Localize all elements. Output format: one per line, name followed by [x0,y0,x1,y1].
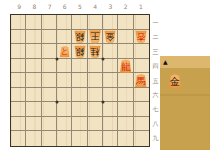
board-square[interactable] [11,15,26,30]
piece-glyph: 銀 [76,32,85,41]
board-square[interactable] [72,15,87,30]
board-square[interactable] [103,59,118,74]
file-label: 4 [89,3,101,11]
board-square[interactable] [26,88,41,103]
board-square[interactable] [11,102,26,117]
board-square[interactable] [26,44,41,59]
board-square[interactable] [134,59,149,74]
board-square[interactable] [118,131,133,146]
rank-label: 九 [151,134,160,142]
board-square[interactable] [118,15,133,30]
board-square[interactable] [42,73,57,88]
board-square[interactable] [118,102,133,117]
board-square[interactable] [26,59,41,74]
board-square[interactable] [118,73,133,88]
board-square[interactable] [72,88,87,103]
piece-glyph: と [61,48,69,56]
file-label: 9 [13,3,25,11]
board-square[interactable] [42,88,57,103]
board-square[interactable] [57,15,72,30]
hoshi-dot [101,57,104,60]
board-square[interactable] [88,88,103,103]
board-square[interactable] [26,131,41,146]
piece-glyph: 杏 [136,32,145,41]
board-square[interactable] [42,59,57,74]
board-square[interactable] [11,117,26,132]
rank-label: 六 [151,91,160,99]
board-square[interactable] [11,30,26,45]
board-square[interactable] [57,30,72,45]
hoshi-dot [56,57,59,60]
board-square[interactable] [57,88,72,103]
board-square[interactable] [134,117,149,132]
board-square[interactable] [103,44,118,59]
hoshi-dot [101,101,104,104]
board-square[interactable] [88,15,103,30]
file-label: 8 [28,3,40,11]
board-square[interactable] [42,44,57,59]
board-square[interactable] [11,73,26,88]
board-square[interactable] [26,30,41,45]
rank-label: 五 [151,77,160,85]
board-square[interactable] [134,44,149,59]
rank-label: 四 [151,62,160,70]
board-square[interactable] [42,30,57,45]
board-square[interactable] [26,15,41,30]
board-square[interactable] [11,59,26,74]
board-square[interactable] [42,102,57,117]
board-square[interactable] [57,117,72,132]
board-square[interactable] [103,15,118,30]
file-label: 7 [44,3,56,11]
board-square[interactable] [103,102,118,117]
board-square[interactable] [57,102,72,117]
rank-label: 八 [151,120,160,128]
file-label: 3 [104,3,116,11]
board-square[interactable] [72,73,87,88]
piece-glyph: 馬 [136,77,146,87]
board-square[interactable] [57,73,72,88]
board-square[interactable] [72,59,87,74]
board-square[interactable] [103,88,118,103]
hand-piece-gold[interactable]: 金 [169,74,182,88]
board-square[interactable] [134,88,149,103]
board-square[interactable] [57,131,72,146]
file-label: 2 [120,3,132,11]
rank-label: 二 [151,33,160,41]
board-square[interactable] [26,102,41,117]
sente-hand-tray: ▲ 金 [160,56,210,150]
board-square[interactable] [134,131,149,146]
board-square[interactable] [103,117,118,132]
piece-glyph: 金 [106,32,115,41]
file-label: 6 [59,3,71,11]
board-square[interactable] [11,88,26,103]
board-square[interactable] [118,88,133,103]
rank-label: 三 [151,48,160,56]
board-square[interactable] [72,117,87,132]
board-square[interactable] [11,131,26,146]
board-square[interactable] [26,117,41,132]
board-square[interactable] [42,131,57,146]
board-square[interactable] [26,73,41,88]
piece-glyph: 銀 [76,46,85,55]
board-square[interactable] [103,73,118,88]
file-label: 5 [74,3,86,11]
piece-glyph: 王 [90,32,100,42]
rank-label: 七 [151,105,160,113]
board-square[interactable] [42,117,57,132]
board-square[interactable] [88,59,103,74]
sente-turn-marker: ▲ [163,58,168,66]
rank-label: 一 [151,19,160,27]
board-square[interactable] [57,59,72,74]
board-square[interactable] [118,30,133,45]
board-square[interactable] [134,15,149,30]
board-square[interactable] [118,117,133,132]
board-square[interactable] [118,44,133,59]
board-square[interactable] [134,102,149,117]
board-square[interactable] [88,117,103,132]
board-square[interactable] [103,131,118,146]
hand-piece-glyph: 金 [170,77,180,87]
piece-glyph: 桂 [91,46,100,55]
board-square[interactable] [42,15,57,30]
board-square[interactable] [88,102,103,117]
board-square[interactable] [72,131,87,146]
board-square[interactable] [88,73,103,88]
board-square[interactable] [88,131,103,146]
hoshi-dot [56,101,59,104]
board-square[interactable] [11,44,26,59]
piece-glyph: 龍 [121,62,131,72]
board-square[interactable] [72,102,87,117]
file-label: 1 [135,3,147,11]
shogi-diagram: 987654321 一二三四五六七八九 ▲ 金 銀王金杏と銀桂龍馬 [0,0,210,157]
